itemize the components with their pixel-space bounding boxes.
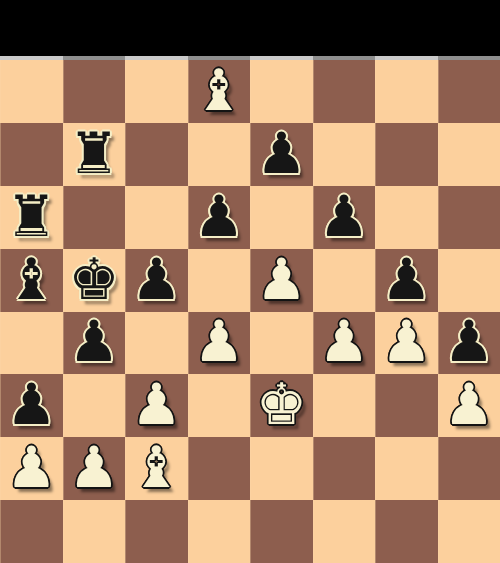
square-f8[interactable] [313,60,376,123]
square-g2[interactable] [375,437,438,500]
square-h5[interactable] [438,249,500,312]
square-f1[interactable] [313,500,376,563]
square-d8[interactable]: ♝ [188,60,251,123]
top-bar [0,0,500,56]
square-g1[interactable] [375,500,438,563]
square-g7[interactable] [375,123,438,186]
piece-white-pawn[interactable]: ♟ [318,313,369,370]
piece-black-pawn[interactable]: ♟ [318,188,369,245]
chess-app: ♝♜♟♜♟♟♝♚♟♟♟♟♟♟♟♟♟♟♚♟♟♟♝ [0,0,500,563]
square-c3[interactable]: ♟ [125,374,188,437]
piece-black-king[interactable]: ♚ [68,251,119,308]
square-c5[interactable]: ♟ [125,249,188,312]
square-e6[interactable] [250,186,313,249]
piece-white-pawn[interactable]: ♟ [68,439,119,496]
piece-black-pawn[interactable]: ♟ [256,125,307,182]
piece-black-pawn[interactable]: ♟ [443,313,494,370]
square-e3[interactable]: ♚ [250,374,313,437]
square-e2[interactable] [250,437,313,500]
square-a2[interactable]: ♟ [0,437,63,500]
square-b1[interactable] [63,500,126,563]
square-a6[interactable]: ♜ [0,186,63,249]
board: ♝♜♟♜♟♟♝♚♟♟♟♟♟♟♟♟♟♟♚♟♟♟♝ [0,60,500,563]
square-b2[interactable]: ♟ [63,437,126,500]
square-c4[interactable] [125,312,188,375]
piece-black-pawn[interactable]: ♟ [6,376,57,433]
square-f3[interactable] [313,374,376,437]
square-c1[interactable] [125,500,188,563]
square-d2[interactable] [188,437,251,500]
square-e8[interactable] [250,60,313,123]
square-d6[interactable]: ♟ [188,186,251,249]
square-b8[interactable] [63,60,126,123]
square-a7[interactable] [0,123,63,186]
square-f7[interactable] [313,123,376,186]
piece-white-pawn[interactable]: ♟ [131,376,182,433]
square-h8[interactable] [438,60,500,123]
square-d3[interactable] [188,374,251,437]
square-h7[interactable] [438,123,500,186]
square-g6[interactable] [375,186,438,249]
square-a5[interactable]: ♝ [0,249,63,312]
square-e1[interactable] [250,500,313,563]
piece-black-rook[interactable]: ♜ [68,125,119,182]
square-g3[interactable] [375,374,438,437]
piece-black-rook[interactable]: ♜ [6,188,57,245]
square-d7[interactable] [188,123,251,186]
piece-white-bishop[interactable]: ♝ [193,62,244,119]
square-h6[interactable] [438,186,500,249]
square-d4[interactable]: ♟ [188,312,251,375]
square-c8[interactable] [125,60,188,123]
square-a3[interactable]: ♟ [0,374,63,437]
piece-black-pawn[interactable]: ♟ [68,313,119,370]
square-b4[interactable]: ♟ [63,312,126,375]
piece-white-pawn[interactable]: ♟ [6,439,57,496]
piece-white-bishop[interactable]: ♝ [131,439,182,496]
square-a8[interactable] [0,60,63,123]
piece-white-king[interactable]: ♚ [256,376,307,433]
square-b3[interactable] [63,374,126,437]
square-g5[interactable]: ♟ [375,249,438,312]
square-e4[interactable] [250,312,313,375]
square-h2[interactable] [438,437,500,500]
square-c7[interactable] [125,123,188,186]
piece-black-pawn[interactable]: ♟ [193,188,244,245]
square-e7[interactable]: ♟ [250,123,313,186]
piece-black-pawn[interactable]: ♟ [131,251,182,308]
square-h3[interactable]: ♟ [438,374,500,437]
square-d1[interactable] [188,500,251,563]
square-b5[interactable]: ♚ [63,249,126,312]
square-c6[interactable] [125,186,188,249]
square-b7[interactable]: ♜ [63,123,126,186]
square-g4[interactable]: ♟ [375,312,438,375]
square-a4[interactable] [0,312,63,375]
square-g8[interactable] [375,60,438,123]
piece-white-pawn[interactable]: ♟ [256,251,307,308]
square-f2[interactable] [313,437,376,500]
piece-black-pawn[interactable]: ♟ [381,251,432,308]
piece-black-bishop[interactable]: ♝ [6,251,57,308]
piece-white-pawn[interactable]: ♟ [381,313,432,370]
square-b6[interactable] [63,186,126,249]
square-e5[interactable]: ♟ [250,249,313,312]
square-f4[interactable]: ♟ [313,312,376,375]
piece-white-pawn[interactable]: ♟ [193,313,244,370]
square-d5[interactable] [188,249,251,312]
piece-white-pawn[interactable]: ♟ [443,376,494,433]
square-f6[interactable]: ♟ [313,186,376,249]
square-h4[interactable]: ♟ [438,312,500,375]
square-f5[interactable] [313,249,376,312]
square-c2[interactable]: ♝ [125,437,188,500]
square-a1[interactable] [0,500,63,563]
square-h1[interactable] [438,500,500,563]
